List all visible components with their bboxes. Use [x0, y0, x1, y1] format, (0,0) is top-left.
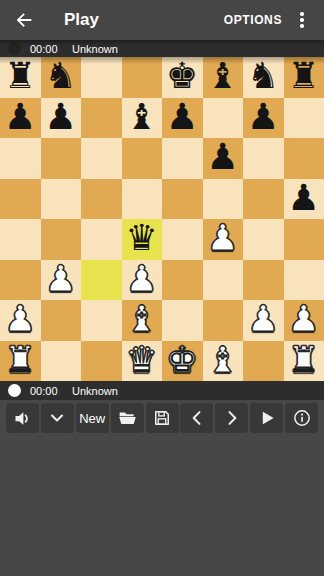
collapse-button[interactable]	[41, 403, 74, 433]
top-player-name: Unknown	[72, 43, 118, 55]
square-d7[interactable]: ♝	[122, 98, 163, 139]
square-g3[interactable]	[243, 260, 284, 301]
square-d1[interactable]: ♛	[122, 341, 163, 382]
square-d2[interactable]: ♝	[122, 300, 163, 341]
square-f6[interactable]: ♟	[203, 138, 244, 179]
chevron-left-icon	[187, 408, 207, 428]
square-h1[interactable]: ♜	[284, 341, 324, 382]
square-c6[interactable]	[81, 138, 122, 179]
square-e1[interactable]: ♚	[162, 341, 203, 382]
piece-black-bishop: ♝	[126, 99, 158, 135]
new-game-label: New	[79, 411, 105, 426]
square-b1[interactable]	[41, 341, 82, 382]
square-b5[interactable]	[41, 179, 82, 220]
square-h2[interactable]: ♟	[284, 300, 324, 341]
piece-black-queen: ♛	[126, 220, 158, 256]
square-a4[interactable]	[0, 219, 41, 260]
piece-black-pawn: ♟	[247, 99, 279, 135]
chess-board: ♜♞♚♝♞♜♟♟♝♟♟♟♟♛♟♟♟♟♝♟♟♜♛♚♝♜	[0, 57, 324, 381]
piece-white-king: ♚	[166, 342, 198, 378]
square-c3[interactable]	[81, 260, 122, 301]
piece-white-pawn: ♟	[4, 301, 36, 337]
piece-black-pawn: ♟	[45, 99, 77, 135]
piece-white-pawn: ♟	[126, 261, 158, 297]
play-icon	[257, 408, 277, 428]
square-f3[interactable]	[203, 260, 244, 301]
square-c4[interactable]	[81, 219, 122, 260]
bottom-player-clock: 00:00	[30, 385, 63, 397]
square-c1[interactable]	[81, 341, 122, 382]
square-d3[interactable]: ♟	[122, 260, 163, 301]
square-d4[interactable]: ♛	[122, 219, 163, 260]
next-move-button[interactable]	[215, 403, 248, 433]
square-g8[interactable]: ♞	[243, 57, 284, 98]
toolbar: New	[0, 400, 324, 433]
options-button[interactable]: OPTIONS	[220, 7, 286, 33]
square-c7[interactable]	[81, 98, 122, 139]
square-d5[interactable]	[122, 179, 163, 220]
back-button[interactable]	[12, 8, 36, 32]
square-f4[interactable]: ♟	[203, 219, 244, 260]
piece-white-queen: ♛	[126, 342, 158, 378]
black-side-dot-icon	[8, 42, 21, 55]
piece-white-bishop: ♝	[207, 342, 239, 378]
square-f8[interactable]: ♝	[203, 57, 244, 98]
square-e3[interactable]	[162, 260, 203, 301]
square-h3[interactable]	[284, 260, 324, 301]
overflow-menu-icon[interactable]	[292, 8, 312, 32]
square-g2[interactable]: ♟	[243, 300, 284, 341]
new-game-button[interactable]: New	[76, 403, 109, 433]
square-h4[interactable]	[284, 219, 324, 260]
square-h8[interactable]: ♜	[284, 57, 324, 98]
chevron-down-icon	[47, 408, 67, 428]
piece-white-rook: ♜	[4, 342, 36, 378]
autoplay-button[interactable]	[250, 403, 283, 433]
arrow-left-icon	[13, 9, 35, 31]
piece-black-pawn: ♟	[4, 99, 36, 135]
speaker-icon	[12, 408, 33, 429]
piece-black-rook: ♜	[4, 58, 36, 94]
piece-black-knight: ♞	[45, 58, 77, 94]
piece-white-pawn: ♟	[207, 220, 239, 256]
square-c8[interactable]	[81, 57, 122, 98]
top-player-bar: 00:00 Unknown	[0, 40, 324, 57]
square-b4[interactable]	[41, 219, 82, 260]
chess-app-screen: Play OPTIONS 00:00 Unknown ♜♞♚♝♞♜♟♟♝♟♟♟♟…	[0, 0, 324, 576]
square-a2[interactable]: ♟	[0, 300, 41, 341]
square-e2[interactable]	[162, 300, 203, 341]
white-side-dot-icon	[8, 384, 21, 397]
piece-black-rook: ♜	[288, 58, 320, 94]
square-e4[interactable]	[162, 219, 203, 260]
square-b7[interactable]: ♟	[41, 98, 82, 139]
piece-black-king: ♚	[166, 58, 198, 94]
square-f2[interactable]	[203, 300, 244, 341]
square-e6[interactable]	[162, 138, 203, 179]
square-a3[interactable]	[0, 260, 41, 301]
square-a8[interactable]: ♜	[0, 57, 41, 98]
previous-move-button[interactable]	[180, 403, 213, 433]
piece-white-bishop: ♝	[126, 301, 158, 337]
square-c5[interactable]	[81, 179, 122, 220]
square-f7[interactable]	[203, 98, 244, 139]
square-g1[interactable]	[243, 341, 284, 382]
bottom-player-bar: 00:00 Unknown	[0, 381, 324, 400]
info-button[interactable]	[285, 403, 318, 433]
square-f1[interactable]: ♝	[203, 341, 244, 382]
square-b8[interactable]: ♞	[41, 57, 82, 98]
save-icon	[152, 408, 172, 428]
square-a7[interactable]: ♟	[0, 98, 41, 139]
piece-black-pawn: ♟	[207, 139, 239, 175]
bottom-player-name: Unknown	[72, 385, 118, 397]
piece-black-pawn: ♟	[166, 99, 198, 135]
square-b2[interactable]	[41, 300, 82, 341]
piece-black-pawn: ♟	[288, 180, 320, 216]
piece-white-rook: ♜	[288, 342, 320, 378]
square-c2[interactable]	[81, 300, 122, 341]
square-a6[interactable]	[0, 138, 41, 179]
square-g5[interactable]	[243, 179, 284, 220]
piece-white-pawn: ♟	[247, 301, 279, 337]
square-h7[interactable]	[284, 98, 324, 139]
square-d6[interactable]	[122, 138, 163, 179]
folder-open-icon	[117, 408, 138, 429]
page-title: Play	[64, 10, 99, 30]
piece-black-bishop: ♝	[207, 58, 239, 94]
square-f5[interactable]	[203, 179, 244, 220]
square-h6[interactable]	[284, 138, 324, 179]
square-b6[interactable]	[41, 138, 82, 179]
chevron-right-icon	[222, 408, 242, 428]
square-e7[interactable]: ♟	[162, 98, 203, 139]
piece-black-knight: ♞	[247, 58, 279, 94]
square-g4[interactable]	[243, 219, 284, 260]
square-g6[interactable]	[243, 138, 284, 179]
bottom-area: New	[0, 400, 324, 576]
top-player-clock: 00:00	[30, 43, 63, 55]
save-game-button[interactable]	[146, 403, 179, 433]
open-game-button[interactable]	[111, 403, 144, 433]
square-a1[interactable]: ♜	[0, 341, 41, 382]
piece-white-pawn: ♟	[45, 261, 77, 297]
square-h5[interactable]: ♟	[284, 179, 324, 220]
piece-white-pawn: ♟	[288, 301, 320, 337]
info-icon	[292, 408, 312, 428]
app-bar: Play OPTIONS	[0, 0, 324, 40]
square-e5[interactable]	[162, 179, 203, 220]
square-b3[interactable]: ♟	[41, 260, 82, 301]
square-g7[interactable]: ♟	[243, 98, 284, 139]
square-a5[interactable]	[0, 179, 41, 220]
square-e8[interactable]: ♚	[162, 57, 203, 98]
square-d8[interactable]	[122, 57, 163, 98]
volume-button[interactable]	[6, 403, 39, 433]
